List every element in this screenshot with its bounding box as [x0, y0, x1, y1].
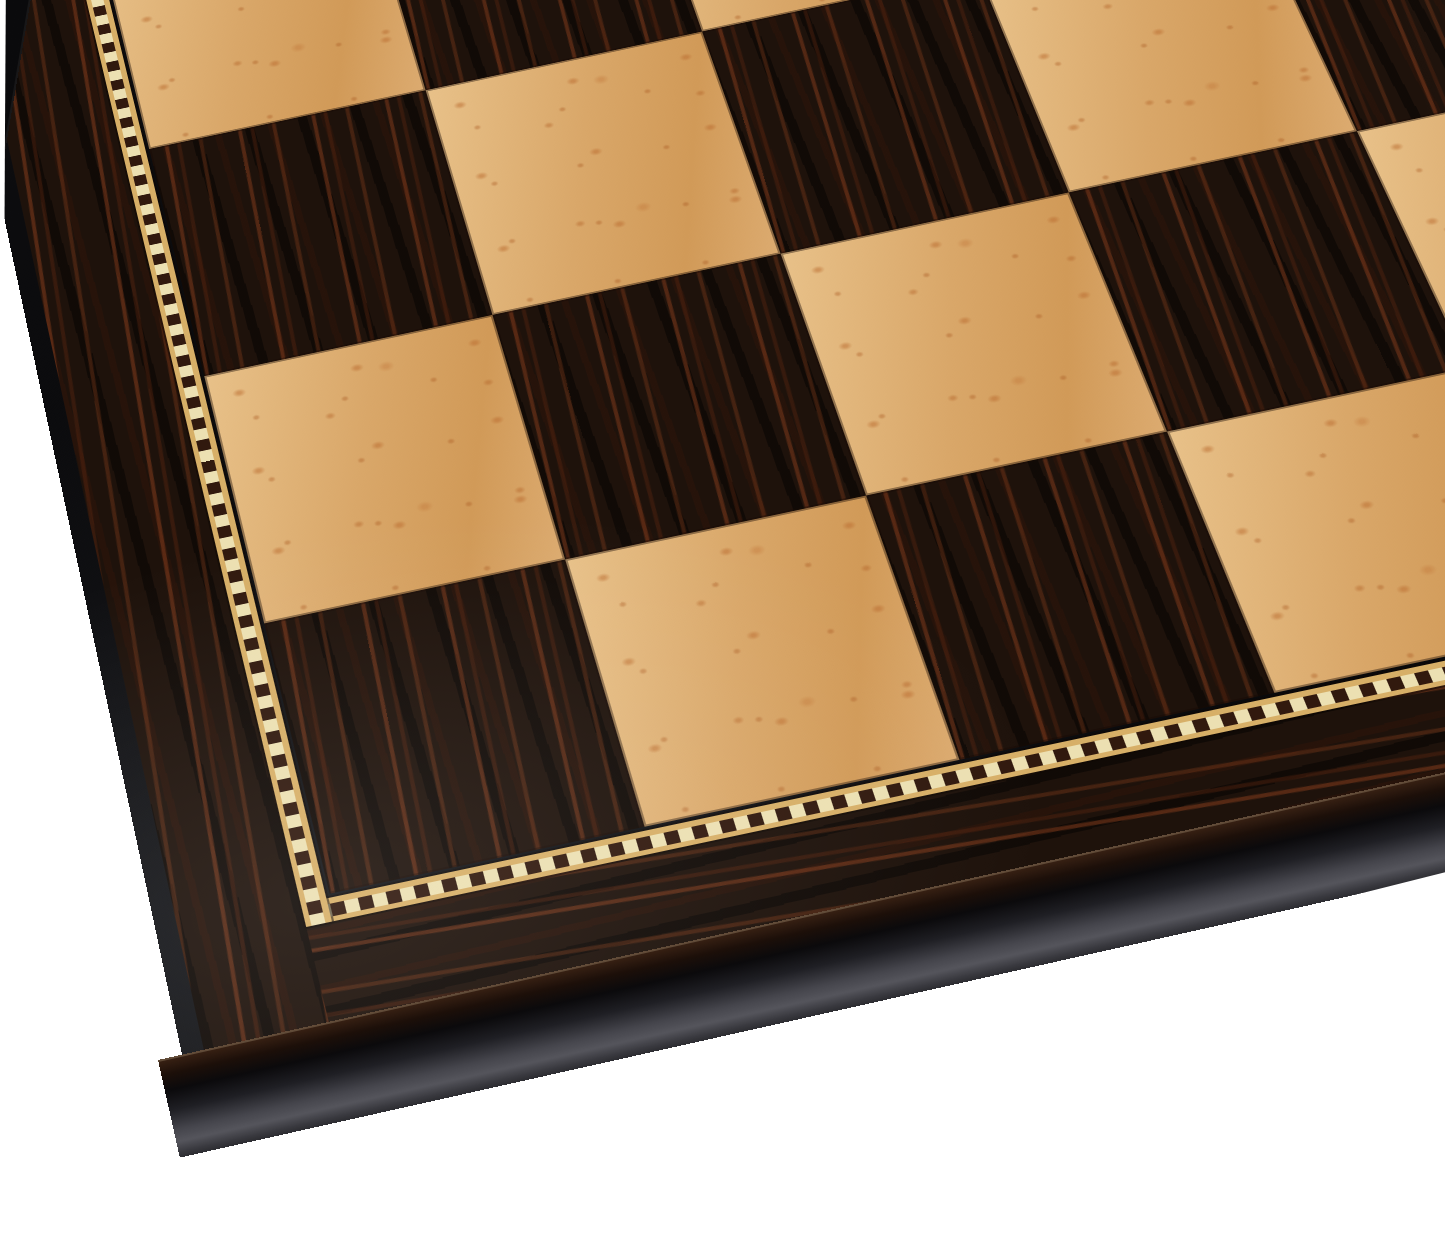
- product-photo: [0, 0, 1445, 1243]
- board-silhouette: [0, 0, 1445, 1243]
- chess-board: [0, 0, 1445, 1092]
